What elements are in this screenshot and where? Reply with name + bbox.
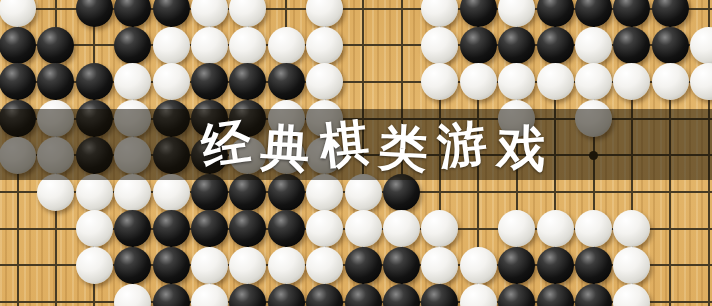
stone-black xyxy=(114,0,151,27)
stone-black xyxy=(460,0,497,27)
stone-white xyxy=(613,247,650,284)
stone-black xyxy=(191,210,228,247)
stone-white xyxy=(229,0,266,27)
stone-white xyxy=(268,247,305,284)
stone-black xyxy=(537,0,574,27)
stone-white xyxy=(229,247,266,284)
stone-white xyxy=(537,210,574,247)
stone-white xyxy=(191,247,228,284)
stone-black xyxy=(575,284,612,306)
stone-white xyxy=(306,63,343,100)
stone-black xyxy=(153,247,190,284)
stone-black xyxy=(153,210,190,247)
stone-black xyxy=(460,27,497,64)
stone-black xyxy=(114,27,151,64)
stone-white xyxy=(421,210,458,247)
stone-white xyxy=(498,63,535,100)
stone-white xyxy=(306,210,343,247)
stone-black xyxy=(229,284,266,306)
stone-white xyxy=(0,0,36,27)
stone-white xyxy=(460,63,497,100)
stone-black xyxy=(383,284,420,306)
stone-black xyxy=(537,27,574,64)
stone-black xyxy=(191,63,228,100)
stone-black xyxy=(153,0,190,27)
stone-black xyxy=(268,284,305,306)
stone-black xyxy=(37,63,74,100)
go-promo-screenshot: 经典棋类游戏 xyxy=(0,0,712,306)
stone-white xyxy=(153,27,190,64)
stone-white xyxy=(575,27,612,64)
stone-black xyxy=(498,284,535,306)
stone-white xyxy=(114,63,151,100)
stone-black xyxy=(0,63,36,100)
stone-white xyxy=(421,27,458,64)
stone-black xyxy=(613,27,650,64)
stone-black xyxy=(498,247,535,284)
stone-black xyxy=(153,284,190,306)
stone-black xyxy=(421,284,458,306)
stone-black xyxy=(575,0,612,27)
stone-white xyxy=(652,63,689,100)
title-banner xyxy=(0,109,712,180)
stone-black xyxy=(0,27,36,64)
stone-white xyxy=(306,27,343,64)
stone-white xyxy=(268,27,305,64)
stone-white xyxy=(460,247,497,284)
stone-white xyxy=(575,210,612,247)
stone-white xyxy=(191,0,228,27)
stone-white xyxy=(498,0,535,27)
stone-white xyxy=(191,27,228,64)
stone-white xyxy=(421,247,458,284)
stone-white xyxy=(613,284,650,306)
stone-black xyxy=(652,27,689,64)
stone-black xyxy=(268,210,305,247)
stone-white xyxy=(613,63,650,100)
stone-white xyxy=(76,210,113,247)
stone-white xyxy=(153,63,190,100)
stone-white xyxy=(114,284,151,306)
stone-black xyxy=(114,210,151,247)
stone-white xyxy=(306,247,343,284)
stone-black xyxy=(613,0,650,27)
stone-white xyxy=(229,27,266,64)
stone-black xyxy=(498,27,535,64)
stone-black xyxy=(345,247,382,284)
stone-black xyxy=(383,247,420,284)
stone-white xyxy=(690,63,712,100)
stone-black xyxy=(652,0,689,27)
stone-black xyxy=(537,284,574,306)
stone-white xyxy=(76,247,113,284)
stone-white xyxy=(421,63,458,100)
stone-white xyxy=(690,27,712,64)
stone-black xyxy=(306,284,343,306)
stone-black xyxy=(229,210,266,247)
stone-black xyxy=(114,247,151,284)
stone-black xyxy=(229,63,266,100)
stone-white xyxy=(421,0,458,27)
stone-white xyxy=(191,284,228,306)
stone-black xyxy=(268,63,305,100)
stone-white xyxy=(460,284,497,306)
stone-white xyxy=(306,0,343,27)
stone-white xyxy=(345,210,382,247)
stone-white xyxy=(383,210,420,247)
stone-black xyxy=(537,247,574,284)
stone-black xyxy=(76,63,113,100)
stone-black xyxy=(37,27,74,64)
stone-black xyxy=(345,284,382,306)
stone-black xyxy=(76,0,113,27)
stone-white xyxy=(537,63,574,100)
stone-white xyxy=(575,63,612,100)
stone-black xyxy=(575,247,612,284)
stone-white xyxy=(613,210,650,247)
stone-white xyxy=(498,210,535,247)
